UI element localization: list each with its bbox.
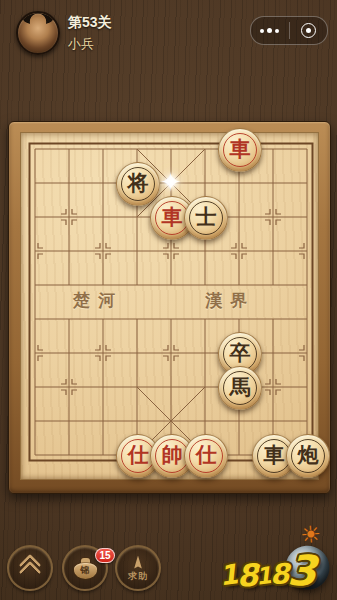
xiangqi-board[interactable]: 楚河 漢界 車将車士卒馬仕帥仕車炮✦✦ (20, 132, 319, 480)
piece-black-cannon-r9c8[interactable]: 炮 (286, 434, 330, 478)
player-avatar[interactable] (16, 11, 60, 55)
hint-count-badge: 15 (95, 548, 115, 563)
player-rank-label: 小兵 (68, 35, 94, 53)
close-circle-icon (301, 23, 316, 38)
piece-red-chariot-r0c6[interactable]: 車 (218, 128, 262, 172)
piece-glyph: 車 (264, 445, 285, 466)
xiangqi-board-frame: 楚河 漢界 車将車士卒馬仕帥仕車炮✦✦ (8, 121, 331, 494)
watermark-text: 18183 (218, 548, 316, 592)
more-options-button[interactable] (251, 17, 289, 44)
piece-glyph: 車 (230, 139, 251, 160)
piece-black-advisor-r2c5[interactable]: 士 (184, 196, 228, 240)
sphere-decoration (284, 544, 331, 591)
ask-help-button[interactable]: 求助 (115, 545, 161, 591)
piece-glyph: 将 (128, 173, 149, 194)
piece-black-horse-r7c6[interactable]: 馬 (218, 366, 262, 410)
piece-red-advisor-r9c5[interactable]: 仕 (184, 434, 228, 478)
app-screen: 第53关 小兵 楚河 漢界 車将車士卒馬仕帥仕車炮✦✦ 锦 15 求助 ☀ 1 (0, 0, 337, 600)
sun-doodle-icon: ☀ (300, 521, 322, 549)
piece-black-general-r1c3[interactable]: 将 (116, 162, 160, 206)
board-grid (21, 133, 318, 479)
wechat-capsule (250, 16, 328, 45)
money-bag-icon: 锦 (74, 558, 97, 579)
piece-glyph: 車 (162, 207, 183, 228)
level-label: 第53关 (68, 14, 112, 32)
piece-glyph: 馬 (230, 377, 251, 398)
piece-glyph: 帥 (162, 445, 183, 466)
piece-glyph: 仕 (128, 445, 149, 466)
river-label-chu: 楚河 (73, 289, 123, 312)
bag-label: 锦 (81, 564, 90, 577)
piece-glyph: 卒 (230, 343, 251, 364)
18183-watermark: ☀ 18183 (215, 524, 335, 600)
ellipsis-icon (260, 28, 279, 33)
piece-glyph: 士 (196, 207, 217, 228)
piece-glyph: 炮 (298, 445, 319, 466)
river-label-han: 漢界 (205, 289, 255, 312)
collapse-menu-button[interactable] (7, 545, 53, 591)
close-button[interactable] (290, 17, 328, 44)
help-label: 求助 (128, 570, 148, 583)
praying-hands-icon (130, 556, 146, 569)
piece-glyph: 仕 (196, 445, 217, 466)
